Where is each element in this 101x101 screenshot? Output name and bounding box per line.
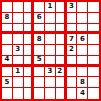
cell-r9c4[interactable] <box>34 88 45 99</box>
cell-r6c8[interactable] <box>77 56 88 67</box>
cell-r3c3[interactable] <box>24 24 35 35</box>
cell-r5c8[interactable] <box>77 45 88 56</box>
cell-r2c5[interactable] <box>45 13 56 24</box>
cell-r2c1[interactable]: 8 <box>2 13 13 24</box>
cell-r7c1[interactable] <box>2 67 13 78</box>
cell-r4c5[interactable] <box>45 34 56 45</box>
cell-r9c5[interactable] <box>45 88 56 99</box>
cell-r5c5[interactable] <box>45 45 56 56</box>
cell-r7c9[interactable] <box>88 67 99 78</box>
cell-r6c1[interactable]: 4 <box>2 56 13 67</box>
cell-r8c4[interactable] <box>34 77 45 88</box>
cell-r9c2[interactable] <box>13 88 24 99</box>
cell-r3c4[interactable] <box>34 24 45 35</box>
cell-r5c9[interactable] <box>88 45 99 56</box>
cell-r1c7[interactable]: 3 <box>67 2 78 13</box>
cell-r1c3[interactable] <box>24 2 35 13</box>
cell-r2c4[interactable]: 6 <box>34 13 45 24</box>
cell-r5c4[interactable] <box>34 45 45 56</box>
cell-r3c6[interactable] <box>56 24 67 35</box>
cell-r6c5[interactable] <box>45 56 56 67</box>
cell-r1c6[interactable] <box>56 2 67 13</box>
cell-r5c7[interactable]: 2 <box>67 45 78 56</box>
cell-r7c2[interactable]: 1 <box>13 67 24 78</box>
cell-r6c3[interactable] <box>24 56 35 67</box>
cell-r6c6[interactable] <box>56 56 67 67</box>
cell-r4c6[interactable] <box>56 34 67 45</box>
cell-r4c8[interactable]: 6 <box>77 34 88 45</box>
cell-r9c9[interactable] <box>88 88 99 99</box>
cell-r6c4[interactable]: 5 <box>34 56 45 67</box>
cell-r9c6[interactable] <box>56 88 67 99</box>
cell-r4c9[interactable] <box>88 34 99 45</box>
cell-r6c2[interactable] <box>13 56 24 67</box>
cell-r7c5[interactable]: 3 <box>45 67 56 78</box>
cell-r3c7[interactable] <box>67 24 78 35</box>
cell-r4c7[interactable]: 7 <box>67 34 78 45</box>
cell-r8c3[interactable] <box>24 77 35 88</box>
cell-r8c6[interactable] <box>56 77 67 88</box>
cell-r1c5[interactable]: 1 <box>45 2 56 13</box>
cell-r4c1[interactable] <box>2 34 13 45</box>
cell-r4c3[interactable] <box>24 34 35 45</box>
cell-r8c8[interactable]: 8 <box>77 77 88 88</box>
cell-r6c9[interactable] <box>88 56 99 67</box>
cell-r5c3[interactable] <box>24 45 35 56</box>
cell-r2c7[interactable] <box>67 13 78 24</box>
cell-r9c8[interactable]: 4 <box>77 88 88 99</box>
cell-r7c4[interactable] <box>34 67 45 78</box>
cell-r2c3[interactable] <box>24 13 35 24</box>
cell-r5c2[interactable]: 3 <box>13 45 24 56</box>
cell-r9c1[interactable] <box>2 88 13 99</box>
cell-r6c7[interactable] <box>67 56 78 67</box>
cell-r8c1[interactable]: 5 <box>2 77 13 88</box>
cell-r1c2[interactable] <box>13 2 24 13</box>
cell-r3c1[interactable] <box>2 24 13 35</box>
cell-r9c3[interactable] <box>24 88 35 99</box>
cell-r7c6[interactable]: 2 <box>56 67 67 78</box>
sudoku-board: 13868763245132584 <box>0 0 101 101</box>
cell-r9c7[interactable] <box>67 88 78 99</box>
cell-r2c8[interactable] <box>77 13 88 24</box>
cell-r4c4[interactable]: 8 <box>34 34 45 45</box>
cell-r4c2[interactable] <box>13 34 24 45</box>
cell-r2c2[interactable] <box>13 13 24 24</box>
cell-r1c1[interactable] <box>2 2 13 13</box>
cell-r7c8[interactable] <box>77 67 88 78</box>
cell-r3c5[interactable] <box>45 24 56 35</box>
cell-r8c5[interactable] <box>45 77 56 88</box>
cell-r8c9[interactable] <box>88 77 99 88</box>
cell-r1c4[interactable] <box>34 2 45 13</box>
cell-r5c1[interactable] <box>2 45 13 56</box>
cell-r3c2[interactable] <box>13 24 24 35</box>
cell-r7c3[interactable] <box>24 67 35 78</box>
cell-r8c2[interactable] <box>13 77 24 88</box>
cell-r1c9[interactable] <box>88 2 99 13</box>
cell-r1c8[interactable] <box>77 2 88 13</box>
cell-r2c6[interactable] <box>56 13 67 24</box>
cell-r5c6[interactable] <box>56 45 67 56</box>
cell-r8c7[interactable] <box>67 77 78 88</box>
cell-r7c7[interactable] <box>67 67 78 78</box>
cell-r3c8[interactable] <box>77 24 88 35</box>
cell-r2c9[interactable] <box>88 13 99 24</box>
cell-r3c9[interactable] <box>88 24 99 35</box>
